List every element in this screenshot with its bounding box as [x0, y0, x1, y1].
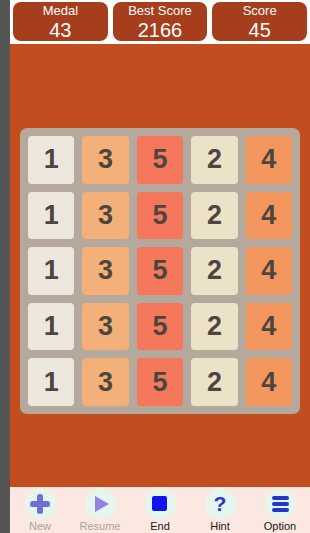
toolbar-label-hint: Hint [210, 520, 230, 533]
toolbar-label-resume: Resume [80, 520, 121, 533]
menu-icon-circle [265, 489, 296, 519]
tile-r5c5: 4 [246, 358, 292, 406]
tile-r2c5: 4 [246, 192, 292, 240]
tile-r5c4: 2 [191, 358, 237, 406]
menu-icon [270, 494, 290, 514]
tile-r4c3: 5 [137, 303, 183, 351]
tile-r3c3: 5 [137, 247, 183, 295]
tile-r4c5: 4 [246, 303, 292, 351]
score-label: Score [212, 3, 307, 19]
best-score-value: 2166 [113, 19, 208, 41]
stop-square-icon [150, 494, 170, 514]
tile-r3c5: 4 [246, 247, 292, 295]
tile-r5c3: 5 [137, 358, 183, 406]
tile-r5c2: 3 [82, 358, 128, 406]
tile-r2c4: 2 [191, 192, 237, 240]
toolbar-button-end[interactable]: End [130, 487, 190, 533]
medal-value: 43 [13, 19, 108, 41]
question-icon: ? [210, 494, 230, 514]
tile-r1c2: 3 [82, 136, 128, 184]
tile-r1c4: 2 [191, 136, 237, 184]
play-icon-circle [85, 489, 116, 519]
tile-r3c2: 3 [82, 247, 128, 295]
score-header: Medal 43 Best Score 2166 Score 45 [10, 0, 310, 44]
tile-r3c4: 2 [191, 247, 237, 295]
tile-r4c2: 3 [82, 303, 128, 351]
board[interactable]: 1352413524135241352413524 [20, 128, 300, 414]
stat-box-score: Score 45 [212, 2, 307, 41]
app-screen: Medal 43 Best Score 2166 Score 45 135241… [10, 0, 310, 533]
stat-box-best-score: Best Score 2166 [113, 2, 208, 41]
question-icon-circle: ? [205, 489, 236, 519]
tile-r5c1: 1 [28, 358, 74, 406]
score-value: 45 [212, 19, 307, 41]
tile-r4c1: 1 [28, 303, 74, 351]
tile-r1c5: 4 [246, 136, 292, 184]
toolbar-button-new[interactable]: New [10, 487, 70, 533]
stop-square-icon-circle [145, 489, 176, 519]
tile-r2c1: 1 [28, 192, 74, 240]
tile-r4c4: 2 [191, 303, 237, 351]
toolbar-label-option: Option [264, 520, 296, 533]
plus-icon-circle [25, 489, 56, 519]
toolbar-label-new: New [29, 520, 51, 533]
tile-r1c1: 1 [28, 136, 74, 184]
tile-r3c1: 1 [28, 247, 74, 295]
tile-r2c2: 3 [82, 192, 128, 240]
toolbar: NewResumeEnd?HintOption [10, 487, 310, 533]
toolbar-button-hint[interactable]: ?Hint [190, 487, 250, 533]
stat-box-medal: Medal 43 [13, 2, 108, 41]
plus-icon [30, 494, 50, 514]
best-score-label: Best Score [113, 3, 208, 19]
tile-r2c3: 5 [137, 192, 183, 240]
toolbar-label-end: End [150, 520, 170, 533]
toolbar-button-option[interactable]: Option [250, 487, 310, 533]
medal-label: Medal [13, 3, 108, 19]
tile-r1c3: 5 [137, 136, 183, 184]
toolbar-button-resume[interactable]: Resume [70, 487, 130, 533]
play-icon [90, 494, 110, 514]
